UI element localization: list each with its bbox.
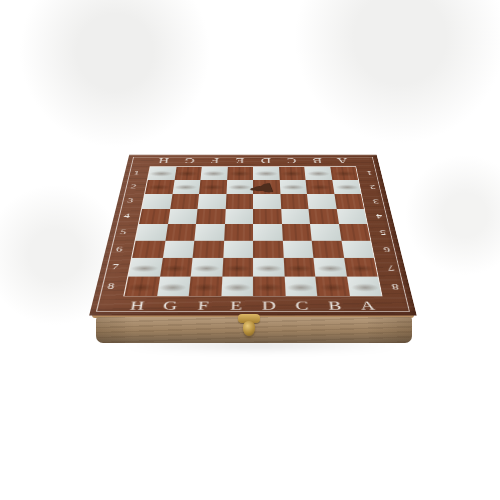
square-d2 [253,180,280,194]
square-f2 [199,180,227,194]
square-c1 [279,167,306,180]
square-h1 [148,167,176,180]
square-b1 [304,167,332,180]
square-g1 [174,167,202,180]
square-a3 [334,194,364,209]
chess-board: HGFEDCBA HGFEDCBA 12345678 12345678 ♜♞♝♛… [89,155,417,316]
square-e2 [226,180,253,194]
square-g3 [170,194,199,209]
square-f3 [198,194,226,209]
piece-glyph: ♜ [345,242,385,286]
square-c3 [280,194,308,209]
square-h4 [139,209,170,224]
square-h2 [145,180,174,194]
square-h3 [142,194,172,209]
square-f1 [200,167,227,180]
square-b2 [306,180,334,194]
square-b3 [307,194,336,209]
square-b4 [308,209,338,224]
square-d3 [253,194,281,209]
square-d1 [253,167,279,180]
chess-set-photo: HGFEDCBA HGFEDCBA 12345678 12345678 ♜♞♝♛… [0,0,500,500]
square-g2 [172,180,200,194]
square-g4 [168,209,198,224]
square-e3 [225,194,253,209]
square-a1 [330,167,358,180]
square-a4 [336,209,367,224]
square-e1 [227,167,253,180]
square-c2 [279,180,307,194]
brass-clasp-knob-icon [243,321,255,336]
square-a2 [332,180,361,194]
